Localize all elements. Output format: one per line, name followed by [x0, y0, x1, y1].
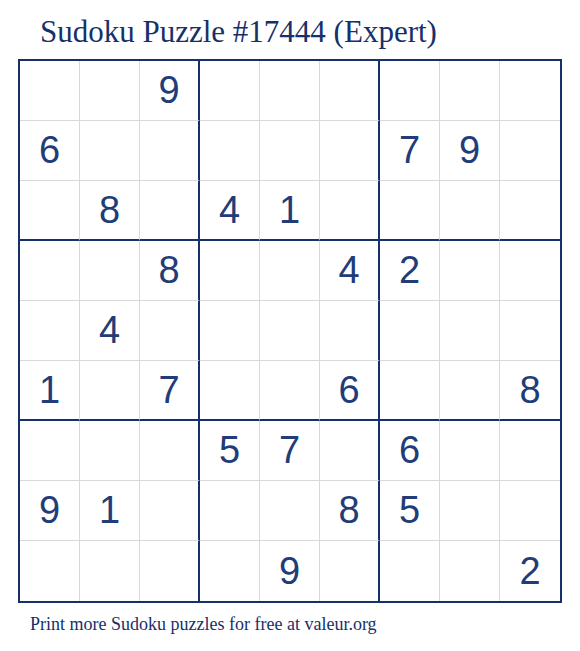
- cell-r8c3-empty[interactable]: [140, 481, 200, 541]
- cell-r2c4-empty[interactable]: [200, 121, 260, 181]
- cell-r1c2-empty[interactable]: [80, 61, 140, 121]
- cell-r1c9-empty[interactable]: [500, 61, 560, 121]
- cell-r2c2-empty[interactable]: [80, 121, 140, 181]
- cell-r1c3-given: 9: [140, 61, 200, 121]
- cell-r3c3-empty[interactable]: [140, 181, 200, 241]
- cell-r6c5-empty[interactable]: [260, 361, 320, 421]
- cell-r1c5-empty[interactable]: [260, 61, 320, 121]
- cell-r9c6-empty[interactable]: [320, 541, 380, 601]
- cell-r9c4-empty[interactable]: [200, 541, 260, 601]
- cell-r3c7-empty[interactable]: [380, 181, 440, 241]
- cell-r2c1-given: 6: [20, 121, 80, 181]
- cell-r3c8-empty[interactable]: [440, 181, 500, 241]
- cell-r8c7-given: 5: [380, 481, 440, 541]
- cell-r8c8-empty[interactable]: [440, 481, 500, 541]
- cell-r1c4-empty[interactable]: [200, 61, 260, 121]
- cell-r9c3-empty[interactable]: [140, 541, 200, 601]
- sudoku-board: 967984184241768576918592: [18, 59, 562, 603]
- cell-r3c9-empty[interactable]: [500, 181, 560, 241]
- cell-r7c6-empty[interactable]: [320, 421, 380, 481]
- cell-r8c2-given: 1: [80, 481, 140, 541]
- cell-r1c8-empty[interactable]: [440, 61, 500, 121]
- cell-r2c3-empty[interactable]: [140, 121, 200, 181]
- cell-r5c2-given: 4: [80, 301, 140, 361]
- cell-r5c5-empty[interactable]: [260, 301, 320, 361]
- cell-r6c4-empty[interactable]: [200, 361, 260, 421]
- cell-r7c3-empty[interactable]: [140, 421, 200, 481]
- footer-credit: Print more Sudoku puzzles for free at va…: [30, 614, 377, 635]
- cell-r2c6-empty[interactable]: [320, 121, 380, 181]
- cell-r5c4-empty[interactable]: [200, 301, 260, 361]
- cell-r9c1-empty[interactable]: [20, 541, 80, 601]
- cell-r9c2-empty[interactable]: [80, 541, 140, 601]
- cell-r4c5-empty[interactable]: [260, 241, 320, 301]
- cell-r3c4-given: 4: [200, 181, 260, 241]
- cell-r2c9-empty[interactable]: [500, 121, 560, 181]
- cell-r3c6-empty[interactable]: [320, 181, 380, 241]
- cell-r6c8-empty[interactable]: [440, 361, 500, 421]
- cell-r9c7-empty[interactable]: [380, 541, 440, 601]
- cell-r9c8-empty[interactable]: [440, 541, 500, 601]
- cell-r4c9-empty[interactable]: [500, 241, 560, 301]
- cell-r5c8-empty[interactable]: [440, 301, 500, 361]
- cell-r6c1-given: 1: [20, 361, 80, 421]
- cell-r8c9-empty[interactable]: [500, 481, 560, 541]
- cell-r2c7-given: 7: [380, 121, 440, 181]
- cell-r8c4-empty[interactable]: [200, 481, 260, 541]
- cell-r8c5-empty[interactable]: [260, 481, 320, 541]
- cell-r5c9-empty[interactable]: [500, 301, 560, 361]
- cell-r7c9-empty[interactable]: [500, 421, 560, 481]
- cell-r4c8-empty[interactable]: [440, 241, 500, 301]
- cell-r1c7-empty[interactable]: [380, 61, 440, 121]
- cell-r7c2-empty[interactable]: [80, 421, 140, 481]
- cell-r6c7-empty[interactable]: [380, 361, 440, 421]
- cell-r9c9-given: 2: [500, 541, 560, 601]
- cell-r3c2-given: 8: [80, 181, 140, 241]
- cell-r3c1-empty[interactable]: [20, 181, 80, 241]
- cell-r8c6-given: 8: [320, 481, 380, 541]
- cell-r1c1-empty[interactable]: [20, 61, 80, 121]
- cell-r5c7-empty[interactable]: [380, 301, 440, 361]
- cell-r4c4-empty[interactable]: [200, 241, 260, 301]
- puzzle-title: Sudoku Puzzle #17444 (Expert): [40, 14, 437, 50]
- cell-r2c5-empty[interactable]: [260, 121, 320, 181]
- cell-r1c6-empty[interactable]: [320, 61, 380, 121]
- cell-r4c7-given: 2: [380, 241, 440, 301]
- cell-r6c3-given: 7: [140, 361, 200, 421]
- cell-r6c6-given: 6: [320, 361, 380, 421]
- cell-r2c8-given: 9: [440, 121, 500, 181]
- cell-r6c9-given: 8: [500, 361, 560, 421]
- cell-r3c5-given: 1: [260, 181, 320, 241]
- cell-r4c3-given: 8: [140, 241, 200, 301]
- cell-r9c5-given: 9: [260, 541, 320, 601]
- cell-r4c1-empty[interactable]: [20, 241, 80, 301]
- cell-r7c4-given: 5: [200, 421, 260, 481]
- cell-r5c3-empty[interactable]: [140, 301, 200, 361]
- cell-r5c6-empty[interactable]: [320, 301, 380, 361]
- cell-r7c7-given: 6: [380, 421, 440, 481]
- cell-r8c1-given: 9: [20, 481, 80, 541]
- cell-r4c6-given: 4: [320, 241, 380, 301]
- cell-r7c1-empty[interactable]: [20, 421, 80, 481]
- cell-r7c8-empty[interactable]: [440, 421, 500, 481]
- cell-r6c2-empty[interactable]: [80, 361, 140, 421]
- cell-r4c2-empty[interactable]: [80, 241, 140, 301]
- cell-r5c1-empty[interactable]: [20, 301, 80, 361]
- cell-r7c5-given: 7: [260, 421, 320, 481]
